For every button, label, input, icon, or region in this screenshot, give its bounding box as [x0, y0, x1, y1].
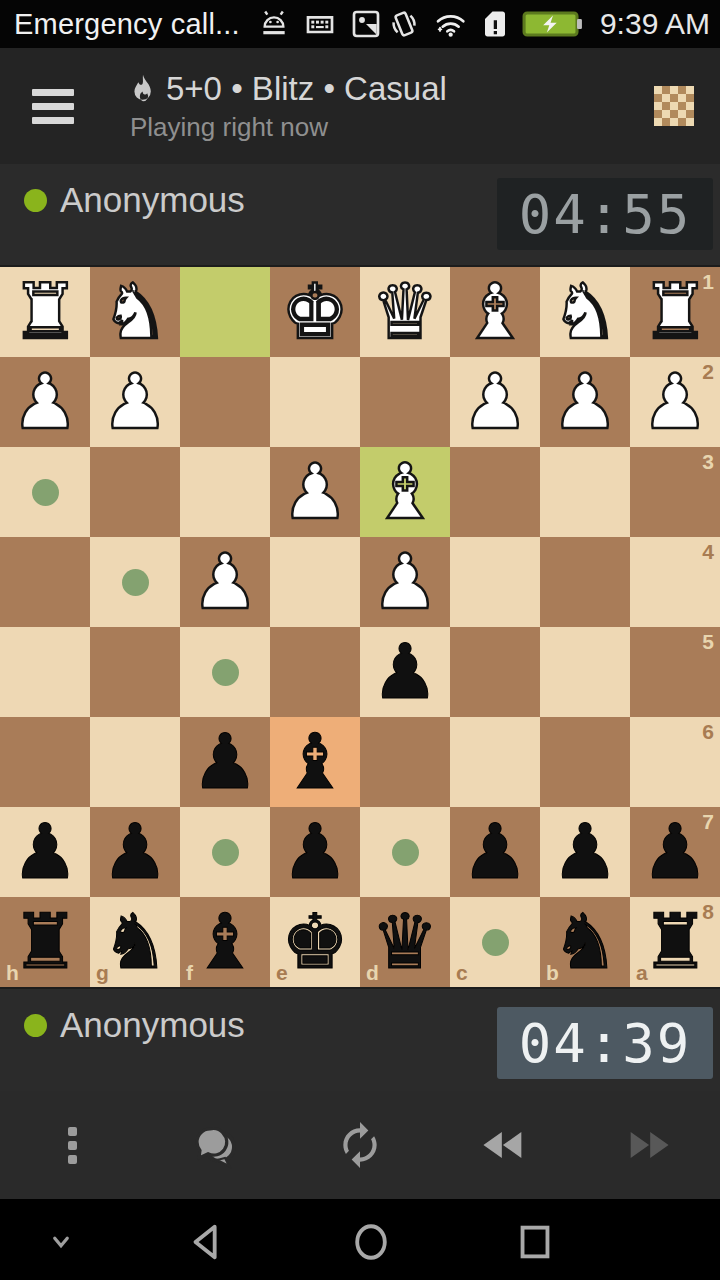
- rewind-button[interactable]: [432, 1091, 576, 1199]
- square-h6[interactable]: [0, 717, 90, 807]
- rank-label-6: 6: [702, 721, 714, 742]
- square-f7[interactable]: [180, 807, 270, 897]
- black-pawn-e7[interactable]: ♟: [270, 807, 360, 897]
- legal-move-dot-f5: [212, 659, 239, 686]
- white-rook-h1[interactable]: ♜: [0, 267, 90, 357]
- square-g3[interactable]: [90, 447, 180, 537]
- square-b3[interactable]: [540, 447, 630, 537]
- status-bar: Emergency call...: [0, 0, 720, 48]
- rank-label-2: 2: [702, 361, 714, 382]
- square-d8[interactable]: ♛d: [360, 897, 450, 987]
- square-d6[interactable]: [360, 717, 450, 807]
- square-f2[interactable]: [180, 357, 270, 447]
- square-a3[interactable]: 3: [630, 447, 720, 537]
- flip-board-button[interactable]: [288, 1091, 432, 1199]
- square-f4[interactable]: ♟: [180, 537, 270, 627]
- square-d2[interactable]: [360, 357, 450, 447]
- blitz-flame-icon: [130, 73, 156, 105]
- rank-label-5: 5: [702, 631, 714, 652]
- white-bishop-d3[interactable]: ♝: [360, 447, 450, 537]
- flip-board-icon: [335, 1120, 385, 1170]
- android-nav-bar: [0, 1199, 720, 1280]
- square-c5[interactable]: [450, 627, 540, 717]
- forward-button[interactable]: [576, 1091, 720, 1199]
- carrier-label: Emergency call...: [14, 8, 240, 41]
- square-h4[interactable]: [0, 537, 90, 627]
- square-h5[interactable]: [0, 627, 90, 717]
- square-e6[interactable]: ♝: [270, 717, 360, 807]
- screenshot-icon: [350, 8, 382, 40]
- sim-alert-icon: [480, 8, 510, 40]
- lichess-game-screen: Emergency call...: [0, 0, 720, 1280]
- rank-label-3: 3: [702, 451, 714, 472]
- square-f6[interactable]: ♟: [180, 717, 270, 807]
- square-d7[interactable]: [360, 807, 450, 897]
- legal-move-dot-d7: [392, 839, 419, 866]
- white-pawn-h2[interactable]: ♟: [0, 357, 90, 447]
- rank-label-8: 8: [702, 901, 714, 922]
- player-bar: Anonymous 04:39: [0, 987, 720, 1091]
- square-h8[interactable]: ♜h: [0, 897, 90, 987]
- chat-button[interactable]: [144, 1091, 288, 1199]
- square-d1[interactable]: ♛: [360, 267, 450, 357]
- white-knight-g1[interactable]: ♞: [90, 267, 180, 357]
- square-g2[interactable]: ♟: [90, 357, 180, 447]
- square-f1[interactable]: [180, 267, 270, 357]
- home-icon[interactable]: [348, 1219, 394, 1265]
- black-pawn-c7[interactable]: ♟: [450, 807, 540, 897]
- hamburger-menu-icon[interactable]: [32, 89, 74, 124]
- black-bishop-e6[interactable]: ♝: [270, 717, 360, 807]
- square-e3[interactable]: ♟: [270, 447, 360, 537]
- rank-label-4: 4: [702, 541, 714, 562]
- game-status-subtitle: Playing right now: [130, 112, 447, 143]
- square-g4[interactable]: [90, 537, 180, 627]
- file-label-g: g: [96, 962, 109, 983]
- clock-time: 9:39 AM: [600, 7, 710, 41]
- square-a7[interactable]: ♟7: [630, 807, 720, 897]
- chevron-down-icon[interactable]: [46, 1227, 76, 1257]
- square-g8[interactable]: ♞g: [90, 897, 180, 987]
- white-pawn-g2[interactable]: ♟: [90, 357, 180, 447]
- square-d3[interactable]: ♝: [360, 447, 450, 537]
- square-h2[interactable]: ♟: [0, 357, 90, 447]
- square-a6[interactable]: 6: [630, 717, 720, 807]
- forward-icon: [622, 1119, 674, 1171]
- vibrate-icon: [388, 8, 420, 40]
- game-header-titles: 5+0 • Blitz • Casual Playing right now: [130, 70, 447, 143]
- square-d4[interactable]: ♟: [360, 537, 450, 627]
- file-label-d: d: [366, 962, 379, 983]
- rank-label-1: 1: [702, 271, 714, 292]
- online-indicator: [24, 1014, 47, 1037]
- legal-move-dot-f7: [212, 839, 239, 866]
- black-pawn-g7[interactable]: ♟: [90, 807, 180, 897]
- app-header: 5+0 • Blitz • Casual Playing right now: [0, 48, 720, 164]
- opponent-bar: Anonymous 04:55: [0, 164, 720, 267]
- square-f8[interactable]: ♝f: [180, 897, 270, 987]
- square-b5[interactable]: [540, 627, 630, 717]
- square-c8[interactable]: c: [450, 897, 540, 987]
- black-pawn-f6[interactable]: ♟: [180, 717, 270, 807]
- online-indicator: [24, 189, 47, 212]
- file-label-c: c: [456, 962, 468, 983]
- square-h1[interactable]: ♜: [0, 267, 90, 357]
- black-pawn-b7[interactable]: ♟: [540, 807, 630, 897]
- square-g5[interactable]: [90, 627, 180, 717]
- chat-icon: [190, 1121, 242, 1169]
- square-b4[interactable]: [540, 537, 630, 627]
- square-b1[interactable]: ♞: [540, 267, 630, 357]
- back-icon[interactable]: [184, 1219, 230, 1265]
- square-b2[interactable]: ♟: [540, 357, 630, 447]
- square-c7[interactable]: ♟: [450, 807, 540, 897]
- chess-board[interactable]: ♜♞♚♛♝♞♜1♟♟♟♟♟2♟♝3♟♟4♟5♟♝6♟♟♟♟♟♟7♜h♞g♝f♚e…: [0, 267, 720, 987]
- status-left-icons: [258, 8, 382, 40]
- keyboard-icon: [304, 8, 336, 40]
- legal-move-dot-h3: [32, 479, 59, 506]
- white-pawn-f4[interactable]: ♟: [180, 537, 270, 627]
- square-c6[interactable]: [450, 717, 540, 807]
- square-e8[interactable]: ♚e: [270, 897, 360, 987]
- file-label-h: h: [6, 962, 19, 983]
- square-e2[interactable]: [270, 357, 360, 447]
- square-c4[interactable]: [450, 537, 540, 627]
- square-c3[interactable]: [450, 447, 540, 537]
- square-a5[interactable]: 5: [630, 627, 720, 717]
- legal-move-dot-c8: [482, 929, 509, 956]
- game-toolbar: [0, 1091, 720, 1199]
- square-b7[interactable]: ♟: [540, 807, 630, 897]
- file-label-e: e: [276, 962, 288, 983]
- menu-kebab-icon: [68, 1127, 77, 1164]
- square-a1[interactable]: ♜1: [630, 267, 720, 357]
- opponent-name: Anonymous: [60, 180, 245, 220]
- square-e1[interactable]: ♚: [270, 267, 360, 357]
- game-title: 5+0 • Blitz • Casual: [166, 70, 447, 108]
- wifi-icon: [432, 8, 468, 40]
- black-pawn-d5[interactable]: ♟: [360, 627, 450, 717]
- black-bishop-f8[interactable]: ♝: [180, 897, 270, 987]
- square-e7[interactable]: ♟: [270, 807, 360, 897]
- rank-label-7: 7: [702, 811, 714, 832]
- square-b6[interactable]: [540, 717, 630, 807]
- white-pawn-d4[interactable]: ♟: [360, 537, 450, 627]
- player-clock: 04:39: [497, 1007, 713, 1079]
- square-g7[interactable]: ♟: [90, 807, 180, 897]
- battery-charging-icon: [522, 8, 584, 40]
- square-h3[interactable]: [0, 447, 90, 537]
- square-a8[interactable]: ♜8a: [630, 897, 720, 987]
- white-knight-b1[interactable]: ♞: [540, 267, 630, 357]
- square-f5[interactable]: [180, 627, 270, 717]
- white-pawn-e3[interactable]: ♟: [270, 447, 360, 537]
- file-label-a: a: [636, 962, 648, 983]
- white-pawn-c2[interactable]: ♟: [450, 357, 540, 447]
- status-right-icons: 9:39 AM: [388, 7, 710, 41]
- square-d5[interactable]: ♟: [360, 627, 450, 717]
- square-a2[interactable]: ♟2: [630, 357, 720, 447]
- opponent-clock: 04:55: [497, 178, 713, 250]
- player-name: Anonymous: [60, 1005, 245, 1045]
- square-c1[interactable]: ♝: [450, 267, 540, 357]
- white-queen-d1[interactable]: ♛: [360, 267, 450, 357]
- board-thumbnail: [654, 86, 694, 126]
- legal-move-dot-g4: [122, 569, 149, 596]
- square-e4[interactable]: [270, 537, 360, 627]
- square-g6[interactable]: [90, 717, 180, 807]
- android-debug-icon: [258, 8, 290, 40]
- white-pawn-b2[interactable]: ♟: [540, 357, 630, 447]
- square-b8[interactable]: ♞b: [540, 897, 630, 987]
- menu-button[interactable]: [0, 1091, 144, 1199]
- square-e5[interactable]: [270, 627, 360, 717]
- square-a4[interactable]: 4: [630, 537, 720, 627]
- recents-icon[interactable]: [512, 1219, 558, 1265]
- file-label-b: b: [546, 962, 559, 983]
- white-king-e1[interactable]: ♚: [270, 267, 360, 357]
- square-c2[interactable]: ♟: [450, 357, 540, 447]
- square-f3[interactable]: [180, 447, 270, 537]
- black-pawn-h7[interactable]: ♟: [0, 807, 90, 897]
- file-label-f: f: [186, 962, 193, 983]
- square-g1[interactable]: ♞: [90, 267, 180, 357]
- rewind-icon: [478, 1119, 530, 1171]
- square-h7[interactable]: ♟: [0, 807, 90, 897]
- white-bishop-c1[interactable]: ♝: [450, 267, 540, 357]
